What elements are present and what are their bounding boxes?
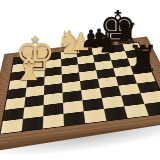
- piece-black-rook-2-h6[interactable]: ♜: [127, 41, 159, 77]
- chess-photo-stage: ♚♝♞♟♟♟♞♚♜♜: [0, 0, 160, 160]
- piece-white-bishop-b6[interactable]: ♝: [13, 50, 45, 86]
- pieces-layer: ♚♝♞♟♟♟♞♚♜♜: [0, 0, 160, 160]
